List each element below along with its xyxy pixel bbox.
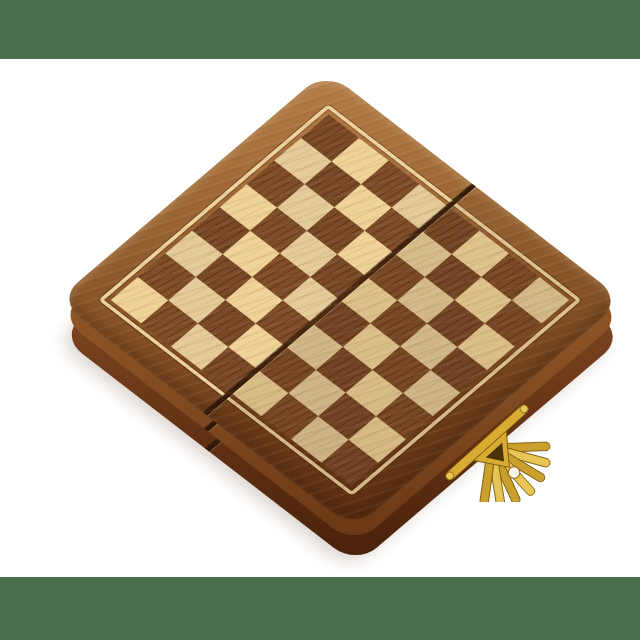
chess-box (0, 0, 640, 640)
brass-clasp-icon (438, 390, 558, 502)
photo-area (0, 0, 640, 640)
